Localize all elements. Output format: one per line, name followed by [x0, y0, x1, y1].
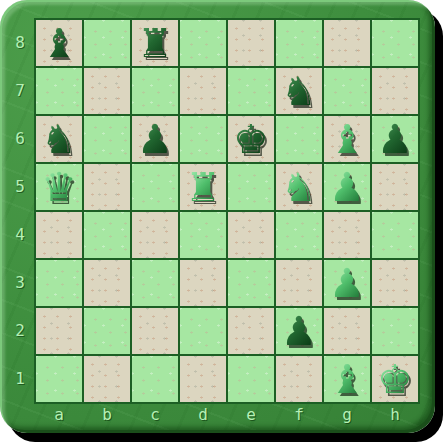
rank-label-7: 7	[6, 68, 34, 114]
rank-label-4: 4	[6, 212, 34, 258]
square-b3[interactable]	[84, 260, 130, 306]
square-d5[interactable]: ♜	[180, 164, 226, 210]
piece-white-knight[interactable]: ♞	[281, 164, 317, 210]
rank-label-8: 8	[6, 20, 34, 66]
square-h1[interactable]: ♚	[372, 356, 418, 402]
square-d8[interactable]	[180, 20, 226, 66]
square-a6[interactable]: ♞	[36, 116, 82, 162]
square-d1[interactable]	[180, 356, 226, 402]
square-g1[interactable]: ♝	[324, 356, 370, 402]
piece-black-knight[interactable]: ♞	[281, 68, 317, 114]
square-a3[interactable]	[36, 260, 82, 306]
square-a2[interactable]	[36, 308, 82, 354]
square-e8[interactable]	[228, 20, 274, 66]
file-label-e: e	[228, 404, 274, 428]
square-b6[interactable]	[84, 116, 130, 162]
square-f7[interactable]: ♞	[276, 68, 322, 114]
square-f8[interactable]	[276, 20, 322, 66]
square-c3[interactable]	[132, 260, 178, 306]
square-b7[interactable]	[84, 68, 130, 114]
square-a8[interactable]: ♝	[36, 20, 82, 66]
square-d2[interactable]	[180, 308, 226, 354]
square-a1[interactable]	[36, 356, 82, 402]
rank-label-5: 5	[6, 164, 34, 210]
piece-white-pawn[interactable]: ♟	[329, 260, 365, 306]
square-d3[interactable]	[180, 260, 226, 306]
square-e7[interactable]	[228, 68, 274, 114]
square-c1[interactable]	[132, 356, 178, 402]
square-b2[interactable]	[84, 308, 130, 354]
square-e5[interactable]	[228, 164, 274, 210]
square-b5[interactable]	[84, 164, 130, 210]
file-label-c: c	[132, 404, 178, 428]
square-f2[interactable]: ♟	[276, 308, 322, 354]
rank-label-2: 2	[6, 308, 34, 354]
square-f4[interactable]	[276, 212, 322, 258]
square-g8[interactable]	[324, 20, 370, 66]
square-e6[interactable]: ♚	[228, 116, 274, 162]
square-b4[interactable]	[84, 212, 130, 258]
square-h3[interactable]	[372, 260, 418, 306]
piece-black-rook[interactable]: ♜	[137, 20, 173, 66]
piece-white-king[interactable]: ♚	[377, 356, 413, 402]
square-e1[interactable]	[228, 356, 274, 402]
file-label-f: f	[276, 404, 322, 428]
file-label-d: d	[180, 404, 226, 428]
file-label-b: b	[84, 404, 130, 428]
piece-white-rook[interactable]: ♜	[185, 164, 221, 210]
square-c8[interactable]: ♜	[132, 20, 178, 66]
square-f1[interactable]	[276, 356, 322, 402]
square-h7[interactable]	[372, 68, 418, 114]
square-h4[interactable]	[372, 212, 418, 258]
square-c7[interactable]	[132, 68, 178, 114]
piece-black-pawn[interactable]: ♟	[377, 116, 413, 162]
square-g3[interactable]: ♟	[324, 260, 370, 306]
square-h2[interactable]	[372, 308, 418, 354]
square-e4[interactable]	[228, 212, 274, 258]
square-d4[interactable]	[180, 212, 226, 258]
piece-black-bishop[interactable]: ♝	[41, 20, 77, 66]
square-g2[interactable]	[324, 308, 370, 354]
piece-white-bishop[interactable]: ♝	[329, 356, 365, 402]
square-f6[interactable]	[276, 116, 322, 162]
square-a7[interactable]	[36, 68, 82, 114]
square-e3[interactable]	[228, 260, 274, 306]
file-label-a: a	[36, 404, 82, 428]
square-g5[interactable]: ♟	[324, 164, 370, 210]
square-f5[interactable]: ♞	[276, 164, 322, 210]
square-c6[interactable]: ♟	[132, 116, 178, 162]
square-b1[interactable]	[84, 356, 130, 402]
piece-white-queen[interactable]: ♛	[41, 164, 77, 210]
square-f3[interactable]	[276, 260, 322, 306]
square-d7[interactable]	[180, 68, 226, 114]
square-g6[interactable]: ♝	[324, 116, 370, 162]
chess-board: ♝♜♞♞♟♚♝♟♛♜♞♟♟♟♝♚	[34, 18, 420, 404]
rank-label-3: 3	[6, 260, 34, 306]
chess-app-window: ♝♜♞♞♟♚♝♟♛♜♞♟♟♟♝♚ 87654321abcdefgh	[0, 0, 444, 442]
file-label-h: h	[372, 404, 418, 428]
square-g7[interactable]	[324, 68, 370, 114]
piece-black-king[interactable]: ♚	[233, 116, 269, 162]
square-g4[interactable]	[324, 212, 370, 258]
square-a5[interactable]: ♛	[36, 164, 82, 210]
square-c2[interactable]	[132, 308, 178, 354]
square-c5[interactable]	[132, 164, 178, 210]
square-e2[interactable]	[228, 308, 274, 354]
rank-label-6: 6	[6, 116, 34, 162]
square-h8[interactable]	[372, 20, 418, 66]
piece-black-pawn[interactable]: ♟	[137, 116, 173, 162]
square-h5[interactable]	[372, 164, 418, 210]
square-a4[interactable]	[36, 212, 82, 258]
square-c4[interactable]	[132, 212, 178, 258]
piece-white-pawn[interactable]: ♟	[329, 164, 365, 210]
file-label-g: g	[324, 404, 370, 428]
rank-label-1: 1	[6, 356, 34, 402]
square-b8[interactable]	[84, 20, 130, 66]
square-d6[interactable]	[180, 116, 226, 162]
piece-white-bishop[interactable]: ♝	[329, 116, 365, 162]
piece-black-knight[interactable]: ♞	[41, 116, 77, 162]
piece-black-pawn[interactable]: ♟	[281, 308, 317, 354]
square-h6[interactable]: ♟	[372, 116, 418, 162]
